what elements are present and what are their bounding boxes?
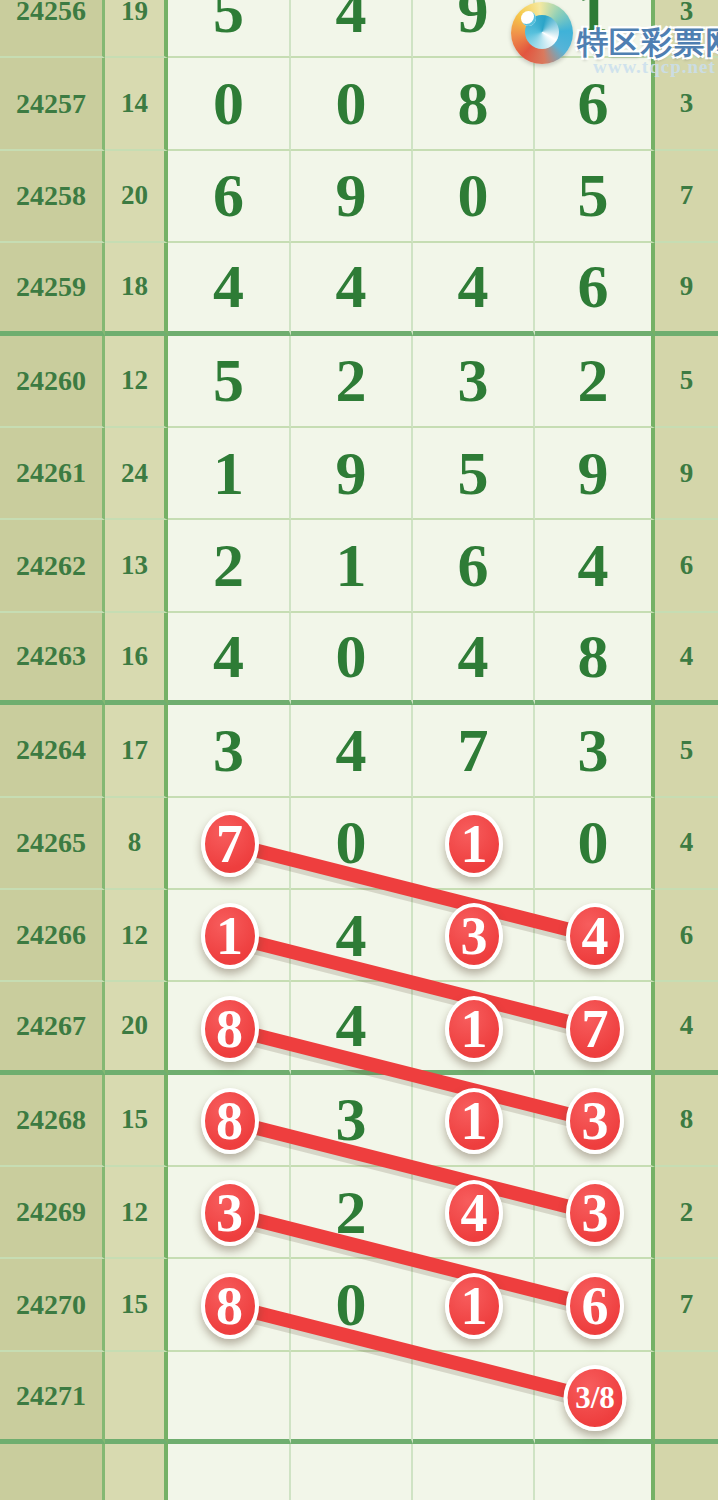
- connection-line: [230, 1213, 596, 1305]
- connection-lines: [0, 0, 718, 1500]
- connection-line: [230, 936, 596, 1028]
- lottery-trend-chart: 2425619549132425714008632425820690572425…: [0, 0, 718, 1500]
- swirl-logo-icon: [511, 2, 573, 64]
- site-url: www.tqcp.net: [593, 56, 716, 78]
- site-logo: 特区彩票网 www.tqcp.net: [505, 0, 718, 76]
- connection-line: [230, 1121, 596, 1213]
- swirl-core: [521, 11, 536, 26]
- connection-line: [230, 844, 596, 936]
- connection-line: [230, 1306, 596, 1398]
- connection-line: [230, 1029, 596, 1121]
